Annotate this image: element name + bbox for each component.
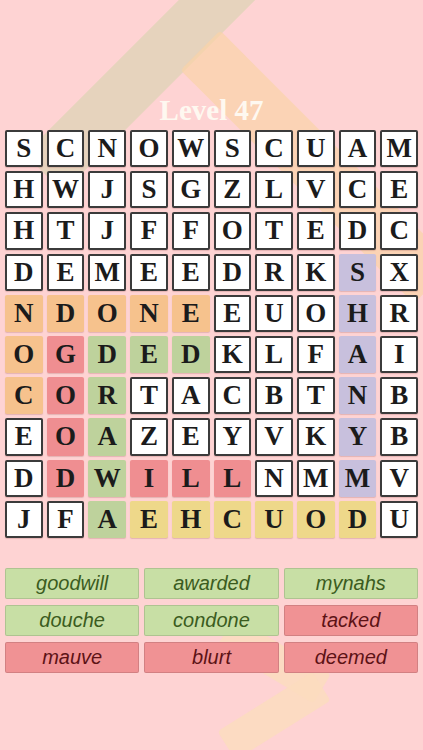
- grid-cell-r1c2[interactable]: C: [47, 130, 85, 167]
- grid-cell-r9c6[interactable]: L: [214, 460, 252, 497]
- grid-cell-r3c7[interactable]: T: [255, 212, 293, 249]
- grid-cell-r4c1[interactable]: D: [5, 254, 43, 291]
- grid-cell-r3c10[interactable]: C: [380, 212, 418, 249]
- grid-cell-r7c7[interactable]: B: [255, 377, 293, 414]
- grid-cell-r4c9[interactable]: S: [339, 254, 377, 291]
- grid-cell-r3c9[interactable]: D: [339, 212, 377, 249]
- grid-cell-r10c6[interactable]: C: [214, 501, 252, 538]
- grid-cell-r5c8[interactable]: O: [297, 295, 335, 332]
- grid-cell-r8c5[interactable]: E: [172, 418, 210, 455]
- grid-cell-r8c4[interactable]: Z: [130, 418, 168, 455]
- grid-cell-r4c5[interactable]: E: [172, 254, 210, 291]
- grid-cell-r2c2[interactable]: W: [47, 171, 85, 208]
- grid-cell-r8c6[interactable]: Y: [214, 418, 252, 455]
- grid-cell-r9c10[interactable]: V: [380, 460, 418, 497]
- grid-cell-r7c8[interactable]: T: [297, 377, 335, 414]
- grid-cell-r7c2[interactable]: O: [47, 377, 85, 414]
- grid-cell-r8c8[interactable]: K: [297, 418, 335, 455]
- grid-cell-r2c6[interactable]: Z: [214, 171, 252, 208]
- grid-cell-r3c8[interactable]: E: [297, 212, 335, 249]
- grid-cell-r5c6[interactable]: E: [214, 295, 252, 332]
- grid-cell-r4c3[interactable]: M: [88, 254, 126, 291]
- grid-cell-r5c2[interactable]: D: [47, 295, 85, 332]
- grid-cell-r10c9[interactable]: D: [339, 501, 377, 538]
- grid-cell-r9c3[interactable]: W: [88, 460, 126, 497]
- grid-cell-r9c5[interactable]: L: [172, 460, 210, 497]
- grid-cell-r2c9[interactable]: C: [339, 171, 377, 208]
- grid-cell-r2c1[interactable]: H: [5, 171, 43, 208]
- grid-cell-r10c1[interactable]: J: [5, 501, 43, 538]
- grid-cell-r1c6[interactable]: S: [214, 130, 252, 167]
- grid-cell-r4c7[interactable]: R: [255, 254, 293, 291]
- grid-cell-r7c3[interactable]: R: [88, 377, 126, 414]
- grid-cell-r5c3[interactable]: O: [88, 295, 126, 332]
- grid-cell-r1c1[interactable]: S: [5, 130, 43, 167]
- word-chip-awarded: awarded: [144, 568, 278, 599]
- grid-cell-r9c9[interactable]: M: [339, 460, 377, 497]
- word-chip-mauve: mauve: [5, 642, 139, 673]
- word-chip-goodwill: goodwill: [5, 568, 139, 599]
- grid-cell-r2c8[interactable]: V: [297, 171, 335, 208]
- grid-cell-r6c7[interactable]: L: [255, 336, 293, 373]
- grid-cell-r6c6[interactable]: K: [214, 336, 252, 373]
- grid-cell-r2c4[interactable]: S: [130, 171, 168, 208]
- grid-cell-r5c9[interactable]: H: [339, 295, 377, 332]
- grid-cell-r4c6[interactable]: D: [214, 254, 252, 291]
- grid-cell-r10c5[interactable]: H: [172, 501, 210, 538]
- grid-cell-r10c10[interactable]: U: [380, 501, 418, 538]
- grid-cell-r7c5[interactable]: A: [172, 377, 210, 414]
- grid-cell-r6c2[interactable]: G: [47, 336, 85, 373]
- grid-cell-r3c6[interactable]: O: [214, 212, 252, 249]
- grid-cell-r3c2[interactable]: T: [47, 212, 85, 249]
- grid-cell-r1c7[interactable]: C: [255, 130, 293, 167]
- grid-cell-r6c5[interactable]: D: [172, 336, 210, 373]
- grid-cell-r6c10[interactable]: I: [380, 336, 418, 373]
- grid-cell-r5c10[interactable]: R: [380, 295, 418, 332]
- grid-cell-r4c8[interactable]: K: [297, 254, 335, 291]
- word-list: goodwillawardedmynahsdouchecondonetacked…: [5, 568, 418, 673]
- app-screen: Level 47 SCNOWSCUAMHWJSGZLVCEHTJFFOTEDCD…: [0, 0, 423, 750]
- grid-cell-r8c10[interactable]: B: [380, 418, 418, 455]
- grid-cell-r5c1[interactable]: N: [5, 295, 43, 332]
- grid-cell-r9c8[interactable]: M: [297, 460, 335, 497]
- grid-cell-r3c1[interactable]: H: [5, 212, 43, 249]
- grid-cell-r1c5[interactable]: W: [172, 130, 210, 167]
- grid-cell-r7c9[interactable]: N: [339, 377, 377, 414]
- word-search-board: SCNOWSCUAMHWJSGZLVCEHTJFFOTEDCDEMEEDRKSX…: [5, 130, 418, 538]
- grid-cell-r8c9[interactable]: Y: [339, 418, 377, 455]
- grid-cell-r10c3[interactable]: A: [88, 501, 126, 538]
- grid-cell-r4c4[interactable]: E: [130, 254, 168, 291]
- grid-cell-r10c8[interactable]: O: [297, 501, 335, 538]
- grid-cell-r10c4[interactable]: E: [130, 501, 168, 538]
- grid-cell-r6c1[interactable]: O: [5, 336, 43, 373]
- grid-cell-r6c9[interactable]: A: [339, 336, 377, 373]
- grid-cell-r2c7[interactable]: L: [255, 171, 293, 208]
- grid-cell-r1c4[interactable]: O: [130, 130, 168, 167]
- grid-cell-r5c7[interactable]: U: [255, 295, 293, 332]
- grid-cell-r6c4[interactable]: E: [130, 336, 168, 373]
- grid-cell-r1c8[interactable]: U: [297, 130, 335, 167]
- grid-cell-r7c10[interactable]: B: [380, 377, 418, 414]
- word-chip-condone: condone: [144, 605, 278, 636]
- grid-cell-r6c3[interactable]: D: [88, 336, 126, 373]
- grid-cell-r5c5[interactable]: E: [172, 295, 210, 332]
- grid-cell-r9c7[interactable]: N: [255, 460, 293, 497]
- grid-cell-r7c6[interactable]: C: [214, 377, 252, 414]
- grid-cell-r9c2[interactable]: D: [47, 460, 85, 497]
- level-title: Level 47: [0, 94, 423, 127]
- word-chip-douche: douche: [5, 605, 139, 636]
- grid-cell-r8c1[interactable]: E: [5, 418, 43, 455]
- word-chip-deemed: deemed: [284, 642, 418, 673]
- grid-cell-r5c4[interactable]: N: [130, 295, 168, 332]
- grid-cell-r1c10[interactable]: M: [380, 130, 418, 167]
- grid-cell-r8c2[interactable]: O: [47, 418, 85, 455]
- grid-cell-r4c2[interactable]: E: [47, 254, 85, 291]
- decor-ribbon-bottom-chevron-lower: [218, 672, 331, 750]
- grid-cell-r2c5[interactable]: G: [172, 171, 210, 208]
- grid-cell-r4c10[interactable]: X: [380, 254, 418, 291]
- word-chip-blurt: blurt: [144, 642, 278, 673]
- grid-cell-r1c9[interactable]: A: [339, 130, 377, 167]
- grid-cell-r9c1[interactable]: D: [5, 460, 43, 497]
- grid-cell-r6c8[interactable]: F: [297, 336, 335, 373]
- grid-cell-r9c4[interactable]: I: [130, 460, 168, 497]
- grid-cell-r10c7[interactable]: U: [255, 501, 293, 538]
- word-chip-tacked: tacked: [284, 605, 418, 636]
- grid-cell-r10c2[interactable]: F: [47, 501, 85, 538]
- grid-cell-r7c4[interactable]: T: [130, 377, 168, 414]
- grid-cell-r2c3[interactable]: J: [88, 171, 126, 208]
- grid-cell-r3c4[interactable]: F: [130, 212, 168, 249]
- grid-cell-r2c10[interactable]: E: [380, 171, 418, 208]
- grid-cell-r7c1[interactable]: C: [5, 377, 43, 414]
- grid-cell-r3c3[interactable]: J: [88, 212, 126, 249]
- grid-cell-r3c5[interactable]: F: [172, 212, 210, 249]
- grid-cell-r8c3[interactable]: A: [88, 418, 126, 455]
- grid-cell-r8c7[interactable]: V: [255, 418, 293, 455]
- grid-cell-r1c3[interactable]: N: [88, 130, 126, 167]
- word-chip-mynahs: mynahs: [284, 568, 418, 599]
